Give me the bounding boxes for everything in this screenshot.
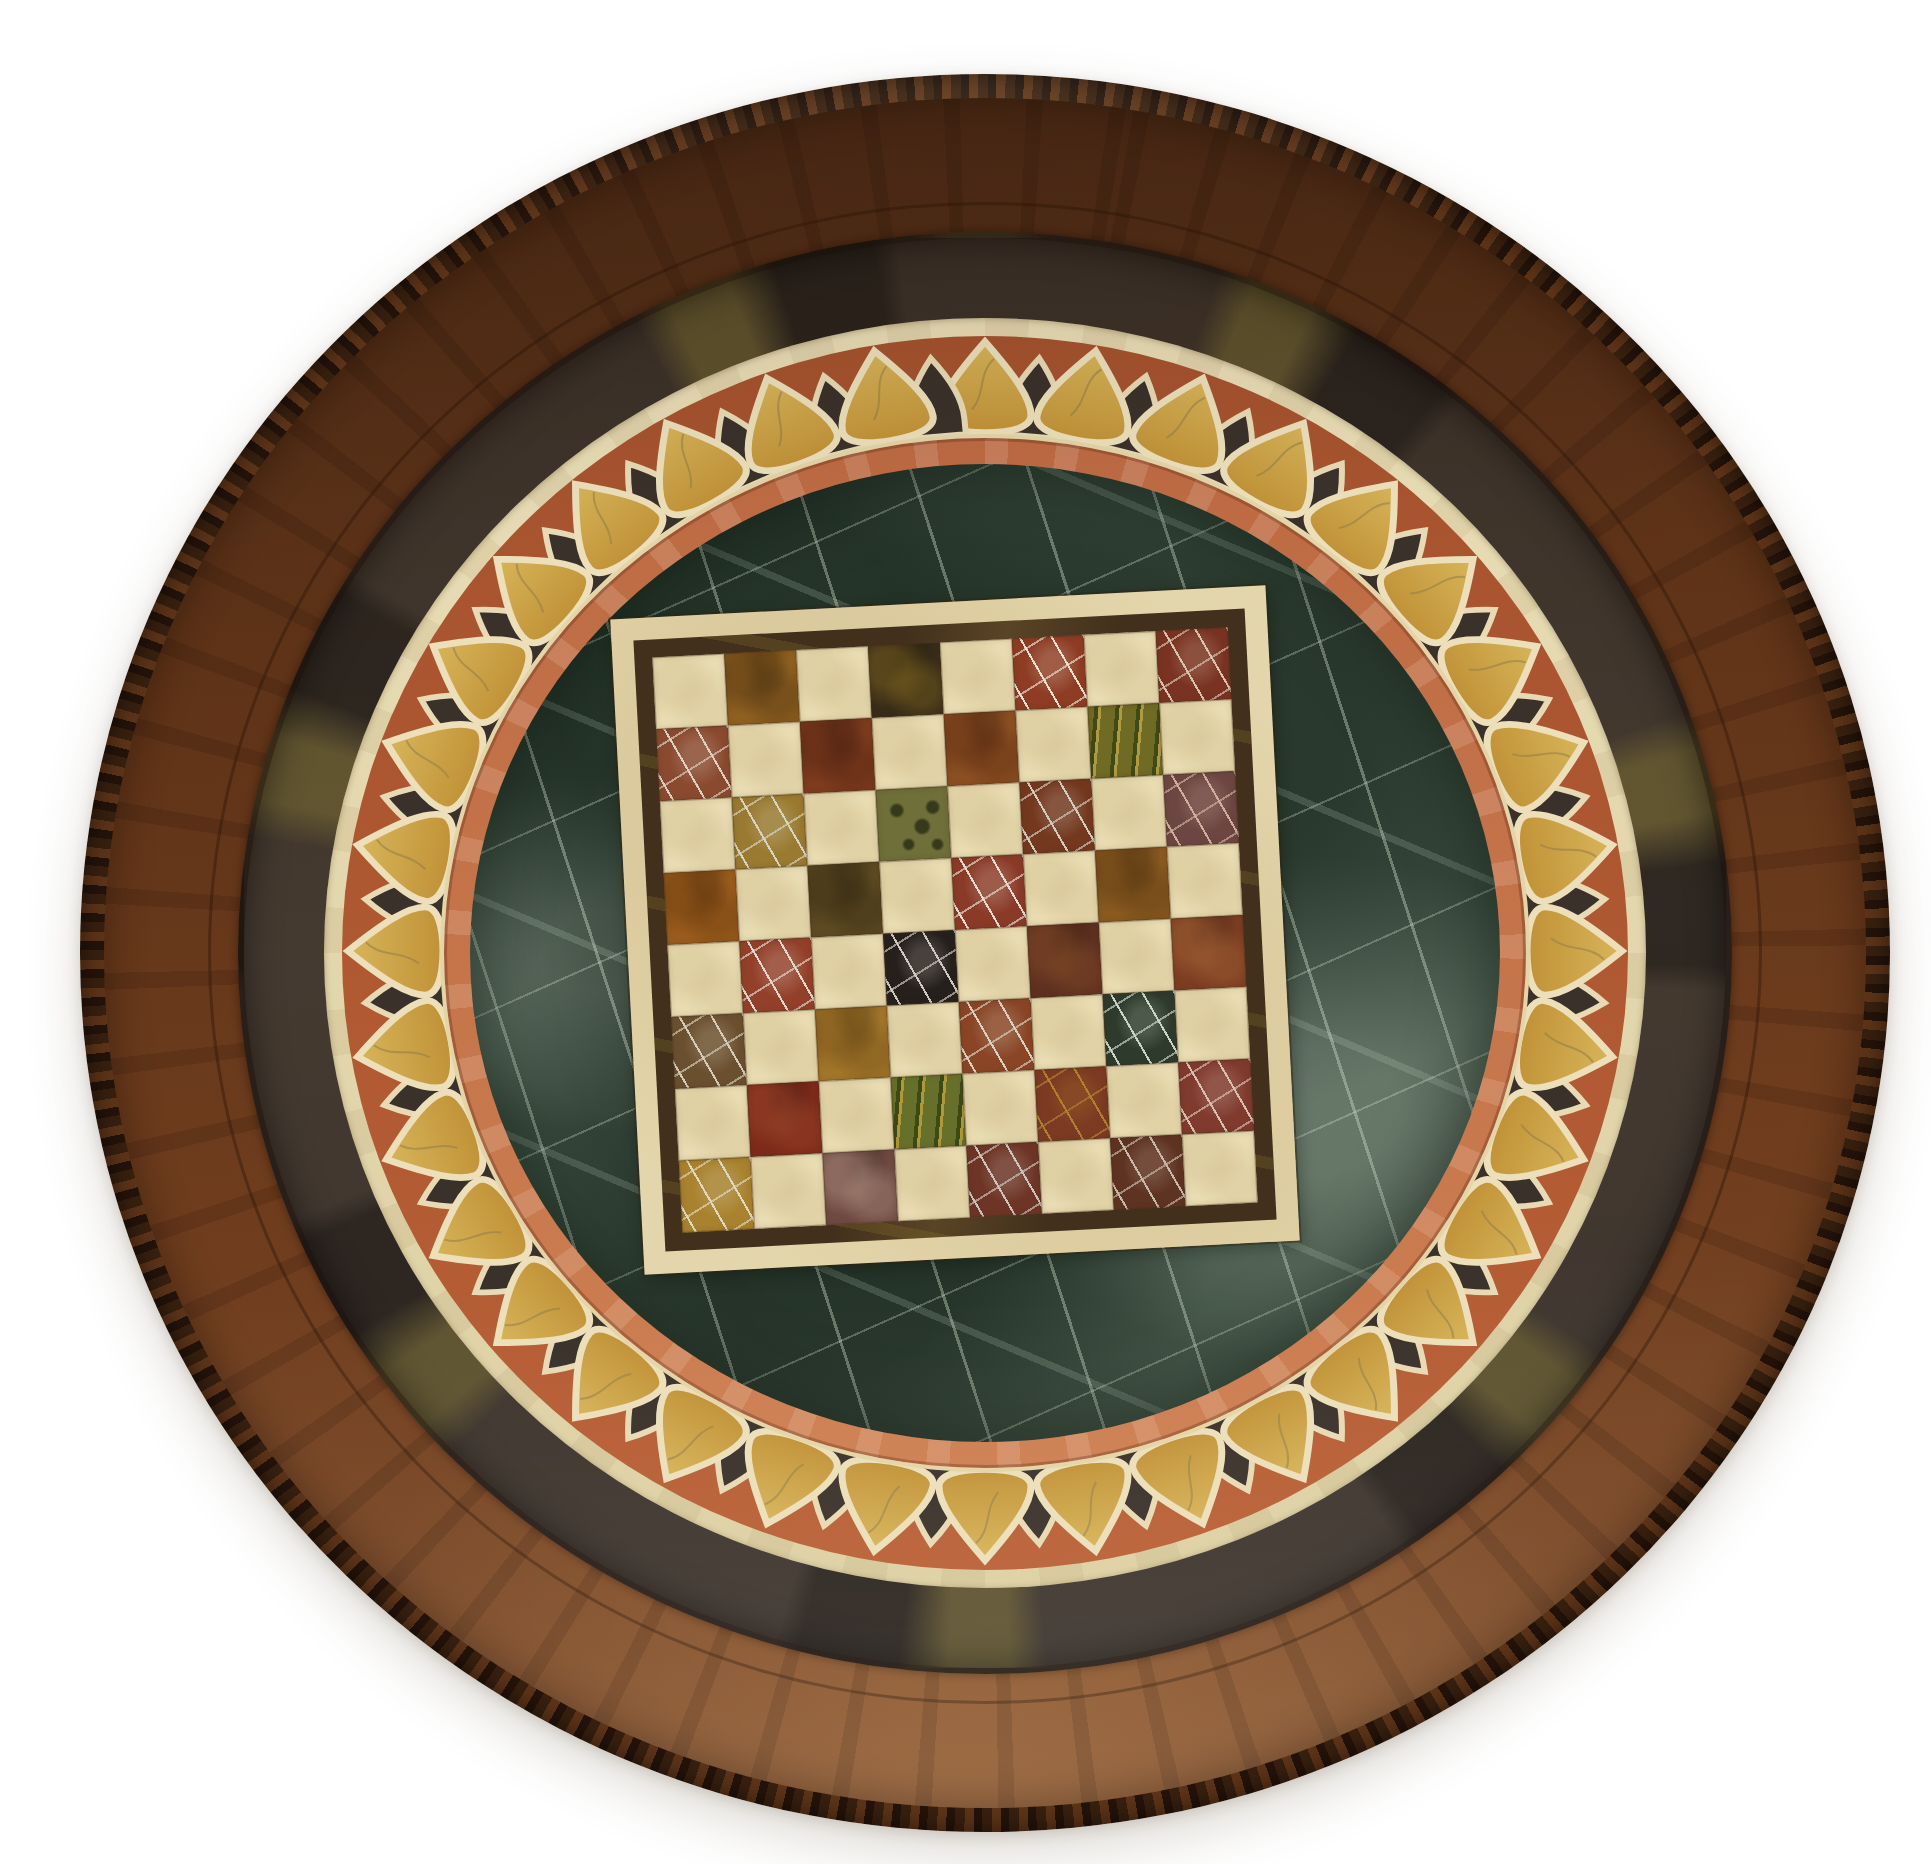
square-e5 [951,854,1027,930]
square-f1 [1038,1138,1114,1214]
square-a2 [675,1085,751,1161]
board-squares [652,627,1257,1232]
chessboard [610,585,1299,1274]
square-b1 [751,1153,827,1229]
square-b5 [736,866,812,942]
square-d2 [891,1074,967,1150]
square-d7 [872,714,948,790]
square-e6 [947,782,1023,858]
square-c8 [796,646,872,722]
square-e1 [966,1142,1042,1218]
square-c7 [800,718,876,794]
square-c4 [811,934,887,1010]
square-d5 [879,858,955,934]
square-h3 [1174,987,1250,1063]
square-a6 [660,798,736,874]
square-b3 [743,1009,819,1085]
square-h5 [1167,843,1243,919]
square-h4 [1171,915,1247,991]
square-g2 [1106,1062,1182,1138]
square-g5 [1095,847,1171,923]
square-c1 [823,1149,899,1225]
square-a3 [671,1013,747,1089]
square-d8 [868,642,944,718]
square-e2 [963,1070,1039,1146]
square-e3 [959,998,1035,1074]
square-d4 [883,930,959,1006]
square-d6 [876,786,952,862]
square-a7 [656,726,732,802]
square-g8 [1084,631,1160,707]
square-b7 [728,722,804,798]
square-f3 [1031,994,1107,1070]
square-h7 [1159,699,1235,775]
photo-canvas [0,0,1931,1864]
square-f4 [1027,922,1103,998]
square-d3 [887,1002,963,1078]
square-c5 [807,862,883,938]
square-e4 [955,926,1031,1002]
square-f7 [1016,707,1092,783]
square-g7 [1087,703,1163,779]
square-f2 [1034,1066,1110,1142]
square-e7 [944,711,1020,787]
square-e8 [940,639,1016,715]
square-b4 [739,938,815,1014]
square-b2 [747,1081,823,1157]
square-c3 [815,1006,891,1082]
square-g3 [1103,991,1179,1067]
square-h6 [1163,771,1239,847]
square-c6 [804,790,880,866]
square-g4 [1099,919,1175,995]
square-f6 [1019,779,1095,855]
square-f5 [1023,851,1099,927]
square-g1 [1110,1134,1186,1210]
square-f8 [1012,635,1088,711]
square-g6 [1091,775,1167,851]
square-b8 [724,650,800,726]
square-b6 [732,794,808,870]
square-h2 [1178,1059,1254,1135]
square-a1 [679,1157,755,1233]
square-a8 [652,654,728,730]
games-table [80,74,1890,1832]
square-h1 [1182,1131,1258,1207]
square-a4 [667,941,743,1017]
square-d1 [894,1146,970,1222]
square-h8 [1156,627,1232,703]
square-c2 [819,1078,895,1154]
square-a5 [664,869,740,945]
